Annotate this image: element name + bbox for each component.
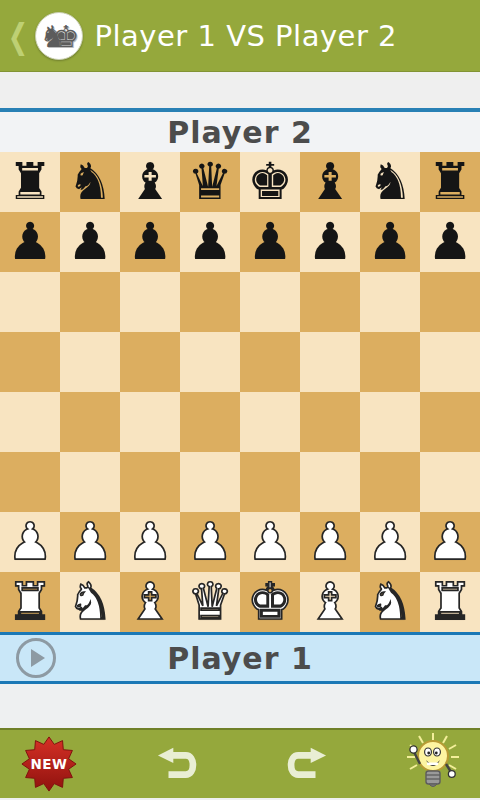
square-g4[interactable] — [360, 392, 420, 452]
chess-app-screen: { "header": { "title": "Player 1 VS Play… — [0, 0, 480, 800]
back-chevron-icon[interactable]: ❮ — [5, 0, 30, 72]
square-f8[interactable]: ♝ — [300, 152, 360, 212]
light-bulb-icon — [406, 733, 460, 795]
white-pawn: ♟ — [67, 512, 113, 572]
square-a6[interactable] — [0, 272, 60, 332]
chess-pieces-photo-icon: ♞♚ — [35, 12, 83, 60]
hint-button[interactable] — [406, 733, 460, 795]
white-pawn: ♟ — [127, 512, 173, 572]
square-h5[interactable] — [420, 332, 480, 392]
white-pawn: ♟ — [427, 512, 473, 572]
page-title: Player 1 VS Player 2 — [95, 19, 398, 53]
square-d8[interactable]: ♛ — [180, 152, 240, 212]
black-rook: ♜ — [7, 152, 53, 212]
play-triangle-icon — [31, 649, 45, 667]
black-pawn: ♟ — [367, 212, 413, 272]
square-h4[interactable] — [420, 392, 480, 452]
white-king: ♚ — [247, 572, 293, 632]
white-pawn: ♟ — [187, 512, 233, 572]
black-bishop: ♝ — [127, 152, 173, 212]
square-b4[interactable] — [60, 392, 120, 452]
square-d5[interactable] — [180, 332, 240, 392]
square-a4[interactable] — [0, 392, 60, 452]
black-knight: ♞ — [67, 152, 113, 212]
square-a1[interactable]: ♜ — [0, 572, 60, 632]
square-c3[interactable] — [120, 452, 180, 512]
square-f2[interactable]: ♟ — [300, 512, 360, 572]
square-b2[interactable]: ♟ — [60, 512, 120, 572]
black-knight: ♞ — [367, 152, 413, 212]
square-h7[interactable]: ♟ — [420, 212, 480, 272]
square-d2[interactable]: ♟ — [180, 512, 240, 572]
square-c4[interactable] — [120, 392, 180, 452]
black-pawn: ♟ — [67, 212, 113, 272]
square-c7[interactable]: ♟ — [120, 212, 180, 272]
black-queen: ♛ — [187, 152, 233, 212]
square-d3[interactable] — [180, 452, 240, 512]
redo-button[interactable] — [281, 746, 327, 782]
white-pawn: ♟ — [247, 512, 293, 572]
square-g1[interactable]: ♞ — [360, 572, 420, 632]
new-game-button[interactable]: NEW — [20, 735, 78, 793]
white-bishop: ♝ — [127, 572, 173, 632]
square-d6[interactable] — [180, 272, 240, 332]
player1-label: Player 1 — [167, 641, 313, 676]
black-pawn: ♟ — [187, 212, 233, 272]
white-bishop: ♝ — [307, 572, 353, 632]
header-bar: ❮ ♞♚ Player 1 VS Player 2 — [0, 0, 480, 72]
white-knight: ♞ — [67, 572, 113, 632]
square-e3[interactable] — [240, 452, 300, 512]
redo-arrow-icon — [281, 746, 327, 782]
black-pawn: ♟ — [427, 212, 473, 272]
square-g6[interactable] — [360, 272, 420, 332]
square-e5[interactable] — [240, 332, 300, 392]
square-g7[interactable]: ♟ — [360, 212, 420, 272]
black-pawn: ♟ — [307, 212, 353, 272]
square-f6[interactable] — [300, 272, 360, 332]
play-circle-icon[interactable] — [16, 638, 56, 678]
square-b5[interactable] — [60, 332, 120, 392]
black-pawn: ♟ — [127, 212, 173, 272]
white-rook: ♜ — [7, 572, 53, 632]
square-g2[interactable]: ♟ — [360, 512, 420, 572]
top-strip-divider — [0, 72, 480, 112]
square-e2[interactable]: ♟ — [240, 512, 300, 572]
square-a7[interactable]: ♟ — [0, 212, 60, 272]
square-h1[interactable]: ♜ — [420, 572, 480, 632]
square-h2[interactable]: ♟ — [420, 512, 480, 572]
square-d7[interactable]: ♟ — [180, 212, 240, 272]
square-f7[interactable]: ♟ — [300, 212, 360, 272]
square-g5[interactable] — [360, 332, 420, 392]
square-f3[interactable] — [300, 452, 360, 512]
square-b3[interactable] — [60, 452, 120, 512]
square-a3[interactable] — [0, 452, 60, 512]
white-rook: ♜ — [427, 572, 473, 632]
square-e8[interactable]: ♚ — [240, 152, 300, 212]
square-g3[interactable] — [360, 452, 420, 512]
black-pawn: ♟ — [7, 212, 53, 272]
white-pawn: ♟ — [7, 512, 53, 572]
player1-bar: Player 1 — [0, 632, 480, 684]
square-d4[interactable] — [180, 392, 240, 452]
square-f5[interactable] — [300, 332, 360, 392]
square-f4[interactable] — [300, 392, 360, 452]
white-queen: ♛ — [187, 572, 233, 632]
undo-arrow-icon — [157, 746, 203, 782]
square-a2[interactable]: ♟ — [0, 512, 60, 572]
white-pawn: ♟ — [307, 512, 353, 572]
square-b7[interactable]: ♟ — [60, 212, 120, 272]
square-g8[interactable]: ♞ — [360, 152, 420, 212]
square-a8[interactable]: ♜ — [0, 152, 60, 212]
square-e7[interactable]: ♟ — [240, 212, 300, 272]
square-b1[interactable]: ♞ — [60, 572, 120, 632]
square-b8[interactable]: ♞ — [60, 152, 120, 212]
bottom-spacer — [0, 684, 480, 728]
undo-button[interactable] — [157, 746, 203, 782]
black-king: ♚ — [247, 152, 293, 212]
black-rook: ♜ — [427, 152, 473, 212]
square-h6[interactable] — [420, 272, 480, 332]
square-c2[interactable]: ♟ — [120, 512, 180, 572]
black-bishop: ♝ — [307, 152, 353, 212]
new-starburst-badge: NEW — [20, 735, 78, 793]
square-b6[interactable] — [60, 272, 120, 332]
square-e6[interactable] — [240, 272, 300, 332]
square-h3[interactable] — [420, 452, 480, 512]
black-pawn: ♟ — [247, 212, 293, 272]
bottom-toolbar: NEW — [0, 728, 480, 798]
chess-board: ♜♞♝♛♚♝♞♜♟♟♟♟♟♟♟♟♟♟♟♟♟♟♟♟♜♞♝♛♚♝♞♜ — [0, 152, 480, 632]
svg-text:NEW: NEW — [31, 756, 68, 772]
square-a5[interactable] — [0, 332, 60, 392]
white-knight: ♞ — [367, 572, 413, 632]
square-f1[interactable]: ♝ — [300, 572, 360, 632]
white-pawn: ♟ — [367, 512, 413, 572]
app-icon-glyphs: ♞♚ — [40, 19, 66, 54]
square-h8[interactable]: ♜ — [420, 152, 480, 212]
player2-bar: Player 2 — [0, 112, 480, 152]
square-c1[interactable]: ♝ — [120, 572, 180, 632]
square-d1[interactable]: ♛ — [180, 572, 240, 632]
square-c5[interactable] — [120, 332, 180, 392]
player2-label: Player 2 — [167, 115, 313, 150]
square-c6[interactable] — [120, 272, 180, 332]
square-c8[interactable]: ♝ — [120, 152, 180, 212]
square-e4[interactable] — [240, 392, 300, 452]
square-e1[interactable]: ♚ — [240, 572, 300, 632]
